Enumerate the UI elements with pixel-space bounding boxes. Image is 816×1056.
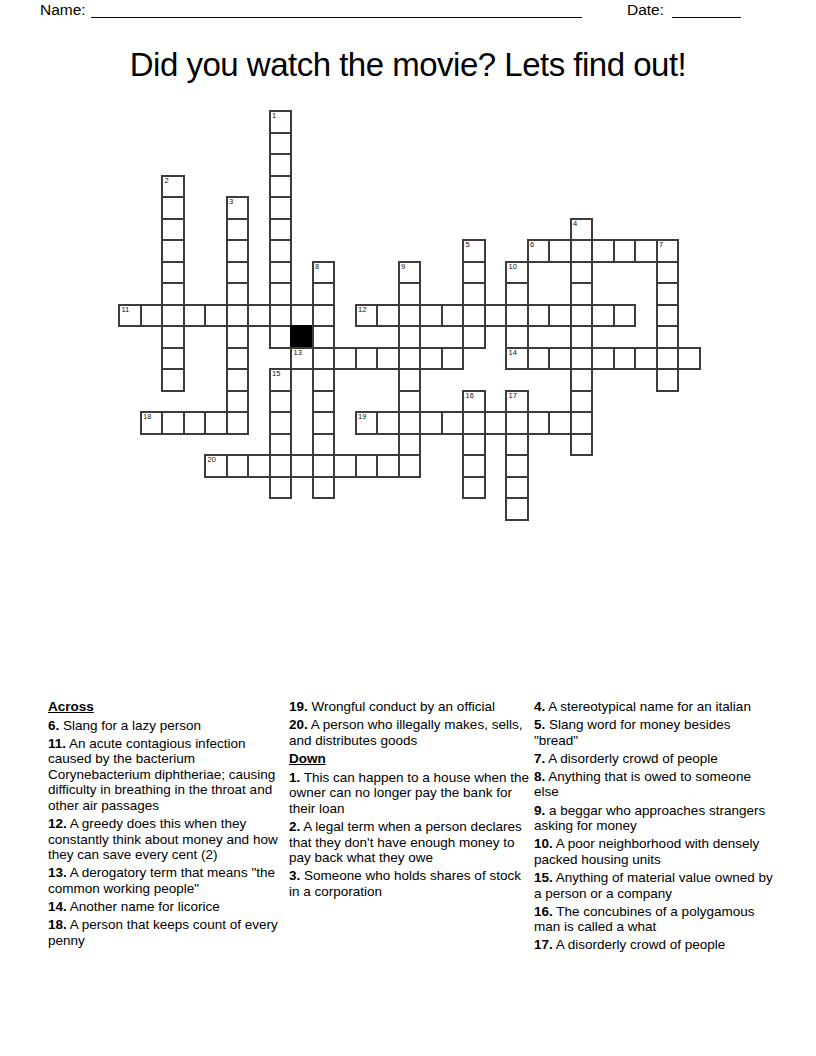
clue-down-8: 8. Anything that is owed to someone else — [534, 769, 776, 800]
grid-cell-r5c5[interactable] — [226, 218, 250, 242]
grid-cell-r9c12[interactable] — [376, 304, 400, 328]
grid-cell-r14c5[interactable] — [226, 411, 250, 435]
grid-cell-r16c12[interactable] — [376, 454, 400, 478]
clue-down-4: 4. A stereotypical name for an italian — [534, 699, 776, 715]
clue-down-5: 5. Slang word for money besides "bread" — [534, 717, 776, 748]
clue-number-10: 10 — [509, 263, 517, 271]
grid-cell-r10c21[interactable] — [570, 325, 594, 349]
grid-cell-r9c8[interactable] — [290, 304, 314, 328]
grid-cell-r7c13[interactable]: 9 — [398, 261, 422, 285]
clue-down-9: 9. a beggar who approaches strangers ask… — [534, 803, 776, 834]
grid-cell-r7c5[interactable] — [226, 261, 250, 285]
grid-cell-r7c18[interactable]: 10 — [505, 261, 529, 285]
grid-cell-r15c18[interactable] — [505, 433, 529, 457]
crossword-grid: 1234567891011121314151617181920 — [118, 110, 702, 522]
grid-cell-r14c7[interactable] — [269, 411, 293, 435]
clue-num-label: 6. — [48, 718, 59, 733]
grid-cell-r13c9[interactable] — [312, 390, 336, 414]
clue-number-9: 9 — [401, 263, 405, 271]
grid-cell-r9c17[interactable] — [484, 304, 508, 328]
grid-cell-r10c13[interactable] — [398, 325, 422, 349]
grid-cell-r9c20[interactable] — [548, 304, 572, 328]
grid-cell-r7c21[interactable] — [570, 261, 594, 285]
grid-cell-r15c13[interactable] — [398, 433, 422, 457]
grid-cell-r7c7[interactable] — [269, 261, 293, 285]
grid-cell-r16c6[interactable] — [247, 454, 271, 478]
grid-cell-r14c14[interactable] — [419, 411, 443, 435]
grid-cell-r14c15[interactable] — [441, 411, 465, 435]
grid-cell-r14c9[interactable] — [312, 411, 336, 435]
grid-cell-r9c2[interactable] — [161, 304, 185, 328]
name-blank-line — [91, 17, 582, 18]
grid-cell-r10c7[interactable] — [269, 325, 293, 349]
clue-down-1: 1. This can happen to a house when the o… — [289, 770, 529, 817]
clue-down-10: 10. A poor neighborhood with densely pac… — [534, 836, 776, 867]
clue-number-13: 13 — [294, 349, 302, 357]
grid-cell-r5c7[interactable] — [269, 218, 293, 242]
grid-cell-r14c18[interactable] — [505, 411, 529, 435]
grid-cell-r11c18[interactable]: 14 — [505, 347, 529, 371]
grid-cell-r4c7[interactable] — [269, 196, 293, 220]
grid-cell-r6c23[interactable] — [613, 239, 637, 263]
grid-cell-r9c15[interactable] — [441, 304, 465, 328]
clue-number-1: 1 — [272, 112, 276, 120]
grid-cell-r11c11[interactable] — [355, 347, 379, 371]
clue-num-label: 17. — [534, 937, 553, 952]
grid-cell-r6c22[interactable] — [591, 239, 615, 263]
clue-num-label: 5. — [534, 717, 545, 732]
grid-cell-r9c22[interactable] — [591, 304, 615, 328]
clue-num-label: 9. — [534, 803, 545, 818]
grid-cell-r9c18[interactable] — [505, 304, 529, 328]
grid-cell-r9c25[interactable] — [656, 304, 680, 328]
grid-cell-r11c24[interactable] — [634, 347, 658, 371]
grid-cell-r9c5[interactable] — [226, 304, 250, 328]
grid-cell-r10c5[interactable] — [226, 325, 250, 349]
grid-cell-r8c21[interactable] — [570, 282, 594, 306]
grid-cell-r17c9[interactable] — [312, 476, 336, 500]
grid-cell-r12c5[interactable] — [226, 368, 250, 392]
grid-cell-r16c16[interactable] — [462, 454, 486, 478]
clue-num-label: 4. — [534, 699, 545, 714]
grid-cell-r9c19[interactable] — [527, 304, 551, 328]
grid-cell-r8c5[interactable] — [226, 282, 250, 306]
grid-cell-r15c9[interactable] — [312, 433, 336, 457]
grid-cell-r11c19[interactable] — [527, 347, 551, 371]
grid-cell-r12c9[interactable] — [312, 368, 336, 392]
clue-number-20: 20 — [208, 456, 216, 464]
grid-cell-r13c21[interactable] — [570, 390, 594, 414]
grid-cell-r16c7[interactable] — [269, 454, 293, 478]
clue-down-16: 16. The concubines of a polygamous man i… — [534, 904, 776, 935]
grid-cell-r12c7[interactable]: 15 — [269, 368, 293, 392]
grid-cell-r7c9[interactable]: 8 — [312, 261, 336, 285]
clue-num-label: 14. — [48, 899, 67, 914]
clue-across-6: 6. Slang for a lazy person — [48, 718, 286, 734]
grid-cell-r11c25[interactable] — [656, 347, 680, 371]
clue-number-4: 4 — [573, 220, 577, 228]
name-label: Name: — [40, 1, 86, 19]
grid-cell-r11c5[interactable] — [226, 347, 250, 371]
grid-cell-r14c2[interactable] — [161, 411, 185, 435]
grid-cell-r16c5[interactable] — [226, 454, 250, 478]
clue-across-12: 12. A greedy does this when they constan… — [48, 816, 286, 863]
clue-number-14: 14 — [509, 349, 517, 357]
clue-number-5: 5 — [466, 241, 470, 249]
grid-cell-r3c2[interactable]: 2 — [161, 175, 185, 199]
worksheet-page: Name: Date: Did you watch the movie? Let… — [0, 0, 816, 1056]
grid-cell-r10c25[interactable] — [656, 325, 680, 349]
grid-cell-r11c22[interactable] — [591, 347, 615, 371]
clue-column-1: Across6. Slang for a lazy person11. An a… — [48, 699, 286, 951]
down-heading: Down — [289, 751, 529, 767]
grid-cell-r3c7[interactable] — [269, 175, 293, 199]
date-label: Date: — [627, 1, 664, 19]
grid-cell-r11c14[interactable] — [419, 347, 443, 371]
grid-cell-r11c12[interactable] — [376, 347, 400, 371]
grid-cell-r1c7[interactable] — [269, 132, 293, 156]
clue-down-7: 7. A disorderly crowd of people — [534, 751, 776, 767]
grid-cell-r14c21[interactable] — [570, 411, 594, 435]
clue-across-19: 19. Wrongful conduct by an official — [289, 699, 529, 715]
page-title: Did you watch the movie? Lets find out! — [0, 46, 816, 84]
grid-cell-r13c16[interactable]: 16 — [462, 390, 486, 414]
grid-cell-r8c2[interactable] — [161, 282, 185, 306]
date-blank-line — [672, 17, 741, 18]
grid-cell-r9c0[interactable]: 11 — [118, 304, 142, 328]
grid-cell-r16c18[interactable] — [505, 454, 529, 478]
clue-down-17: 17. A disorderly crowd of people — [534, 937, 776, 953]
grid-cell-r14c16[interactable] — [462, 411, 486, 435]
clue-across-18: 18. A person that keeps count of every p… — [48, 917, 286, 948]
clue-num-label: 3. — [289, 868, 300, 883]
clue-number-15: 15 — [272, 370, 280, 378]
grid-cell-r8c13[interactable] — [398, 282, 422, 306]
grid-cell-r11c15[interactable] — [441, 347, 465, 371]
grid-cell-r10c9[interactable] — [312, 325, 336, 349]
clue-num-label: 18. — [48, 917, 67, 932]
grid-cell-r14c19[interactable] — [527, 411, 551, 435]
grid-cell-r11c9[interactable] — [312, 347, 336, 371]
grid-cell-r8c18[interactable] — [505, 282, 529, 306]
grid-cell-r12c25[interactable] — [656, 368, 680, 392]
grid-cell-r7c2[interactable] — [161, 261, 185, 285]
clue-number-16: 16 — [466, 392, 474, 400]
grid-cell-r8c9[interactable] — [312, 282, 336, 306]
grid-cell-r13c5[interactable] — [226, 390, 250, 414]
grid-cell-r4c5[interactable]: 3 — [226, 196, 250, 220]
grid-cell-r6c24[interactable] — [634, 239, 658, 263]
clue-num-label: 15. — [534, 870, 553, 885]
grid-cell-r5c2[interactable] — [161, 218, 185, 242]
grid-cell-r16c11[interactable] — [355, 454, 379, 478]
grid-cell-r6c19[interactable]: 6 — [527, 239, 551, 263]
across-heading: Across — [48, 699, 286, 715]
clue-across-11: 11. An acute contagious infection caused… — [48, 736, 286, 814]
grid-cell-r14c12[interactable] — [376, 411, 400, 435]
clue-num-label: 13. — [48, 865, 67, 880]
grid-cell-r11c8[interactable]: 13 — [290, 347, 314, 371]
black-cell — [290, 325, 314, 349]
grid-cell-r11c10[interactable] — [333, 347, 357, 371]
grid-cell-r18c18[interactable] — [505, 497, 529, 521]
grid-cell-r16c4[interactable]: 20 — [204, 454, 228, 478]
grid-cell-r16c9[interactable] — [312, 454, 336, 478]
clue-num-label: 10. — [534, 836, 553, 851]
grid-cell-r11c21[interactable] — [570, 347, 594, 371]
grid-cell-r6c20[interactable] — [548, 239, 572, 263]
grid-cell-r17c18[interactable] — [505, 476, 529, 500]
grid-cell-r7c25[interactable] — [656, 261, 680, 285]
clue-num-label: 16. — [534, 904, 553, 919]
grid-cell-r14c20[interactable] — [548, 411, 572, 435]
grid-cell-r9c1[interactable] — [140, 304, 164, 328]
clue-num-label: 1. — [289, 770, 300, 785]
grid-cell-r9c6[interactable] — [247, 304, 271, 328]
clue-num-label: 19. — [289, 699, 308, 714]
grid-cell-r10c2[interactable] — [161, 325, 185, 349]
grid-cell-r9c7[interactable] — [269, 304, 293, 328]
clue-number-8: 8 — [315, 263, 319, 271]
grid-cell-r17c16[interactable] — [462, 476, 486, 500]
clue-number-6: 6 — [530, 241, 534, 249]
grid-cell-r13c18[interactable]: 17 — [505, 390, 529, 414]
grid-cell-r0c7[interactable]: 1 — [269, 110, 293, 134]
grid-cell-r9c16[interactable] — [462, 304, 486, 328]
clue-column-3: 4. A stereotypical name for an italian5.… — [534, 699, 776, 955]
grid-cell-r14c1[interactable]: 18 — [140, 411, 164, 435]
grid-cell-r5c21[interactable]: 4 — [570, 218, 594, 242]
grid-cell-r9c21[interactable] — [570, 304, 594, 328]
clue-down-2: 2. A legal term when a person declares t… — [289, 819, 529, 866]
grid-cell-r8c25[interactable] — [656, 282, 680, 306]
clue-down-15: 15. Anything of material value owned by … — [534, 870, 776, 901]
clue-number-12: 12 — [358, 306, 366, 314]
clue-across-13: 13. A derogatory term that means "the co… — [48, 865, 286, 896]
grid-cell-r16c13[interactable] — [398, 454, 422, 478]
grid-cell-r15c21[interactable] — [570, 433, 594, 457]
grid-cell-r9c3[interactable] — [183, 304, 207, 328]
grid-cell-r12c21[interactable] — [570, 368, 594, 392]
grid-cell-r16c10[interactable] — [333, 454, 357, 478]
grid-cell-r6c5[interactable] — [226, 239, 250, 263]
clue-number-18: 18 — [143, 413, 151, 421]
grid-cell-r17c7[interactable] — [269, 476, 293, 500]
grid-cell-r13c13[interactable] — [398, 390, 422, 414]
grid-cell-r9c14[interactable] — [419, 304, 443, 328]
grid-cell-r11c20[interactable] — [548, 347, 572, 371]
clue-number-19: 19 — [358, 413, 366, 421]
grid-cell-r14c4[interactable] — [204, 411, 228, 435]
grid-cell-r14c11[interactable]: 19 — [355, 411, 379, 435]
grid-cell-r12c2[interactable] — [161, 368, 185, 392]
grid-cell-r11c26[interactable] — [677, 347, 701, 371]
grid-cell-r6c16[interactable]: 5 — [462, 239, 486, 263]
grid-cell-r10c16[interactable] — [462, 325, 486, 349]
grid-cell-r10c18[interactable] — [505, 325, 529, 349]
clue-across-14: 14. Another name for licorice — [48, 899, 286, 915]
grid-cell-r6c21[interactable] — [570, 239, 594, 263]
grid-cell-r8c7[interactable] — [269, 282, 293, 306]
grid-cell-r4c2[interactable] — [161, 196, 185, 220]
grid-cell-r2c7[interactable] — [269, 153, 293, 177]
clue-down-3: 3. Someone who holds shares of stock in … — [289, 868, 529, 899]
grid-cell-r7c16[interactable] — [462, 261, 486, 285]
grid-cell-r15c7[interactable] — [269, 433, 293, 457]
grid-cell-r9c4[interactable] — [204, 304, 228, 328]
clue-number-11: 11 — [122, 306, 130, 314]
clue-num-label: 20. — [289, 717, 308, 732]
clue-number-3: 3 — [229, 198, 233, 206]
grid-cell-r15c16[interactable] — [462, 433, 486, 457]
grid-cell-r9c11[interactable]: 12 — [355, 304, 379, 328]
grid-cell-r14c13[interactable] — [398, 411, 422, 435]
grid-cell-r11c2[interactable] — [161, 347, 185, 371]
grid-cell-r9c23[interactable] — [613, 304, 637, 328]
clue-number-2: 2 — [165, 177, 169, 185]
grid-cell-r14c3[interactable] — [183, 411, 207, 435]
grid-cell-r6c25[interactable]: 7 — [656, 239, 680, 263]
clue-number-17: 17 — [509, 392, 517, 400]
clue-num-label: 11. — [48, 736, 66, 751]
grid-cell-r6c2[interactable] — [161, 239, 185, 263]
clue-across-20: 20. A person who illegally makes, sells,… — [289, 717, 529, 748]
grid-cell-r11c23[interactable] — [613, 347, 637, 371]
grid-cell-r6c7[interactable] — [269, 239, 293, 263]
grid-cell-r13c7[interactable] — [269, 390, 293, 414]
grid-cell-r14c17[interactable] — [484, 411, 508, 435]
grid-cell-r11c13[interactable] — [398, 347, 422, 371]
grid-cell-r8c16[interactable] — [462, 282, 486, 306]
grid-cell-r12c13[interactable] — [398, 368, 422, 392]
grid-cell-r16c8[interactable] — [290, 454, 314, 478]
grid-cell-r9c13[interactable] — [398, 304, 422, 328]
clue-num-label: 8. — [534, 769, 545, 784]
clue-number-7: 7 — [659, 241, 663, 249]
clue-num-label: 7. — [534, 751, 545, 766]
grid-cell-r9c9[interactable] — [312, 304, 336, 328]
clue-num-label: 12. — [48, 816, 67, 831]
clue-column-2: 19. Wrongful conduct by an official20. A… — [289, 699, 529, 902]
clue-num-label: 2. — [289, 819, 300, 834]
